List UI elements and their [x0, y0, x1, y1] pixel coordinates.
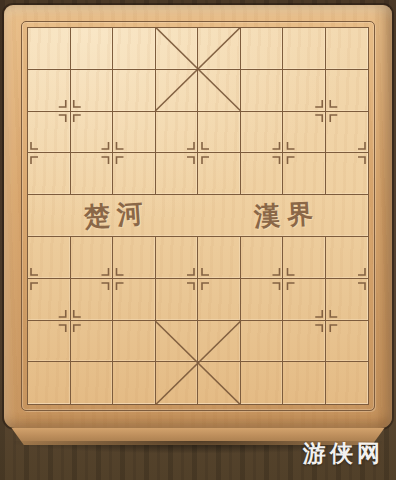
board-cell[interactable] — [198, 321, 241, 363]
board-cell[interactable] — [198, 279, 241, 321]
board-cell[interactable] — [113, 321, 156, 363]
board-cell[interactable] — [28, 153, 71, 195]
board-cell[interactable] — [198, 153, 241, 195]
board-cell[interactable] — [241, 237, 284, 279]
board-cell[interactable] — [283, 70, 326, 112]
board-cell[interactable] — [198, 362, 241, 404]
board-cell[interactable] — [156, 112, 199, 154]
board-cell[interactable] — [28, 321, 71, 363]
board-cell[interactable] — [198, 28, 241, 70]
board-cell[interactable] — [71, 112, 114, 154]
board-grid[interactable]: 楚河漢界 — [27, 27, 369, 405]
board-cell[interactable] — [198, 70, 241, 112]
board-cell[interactable] — [28, 70, 71, 112]
board-cell[interactable] — [241, 321, 284, 363]
board-cell[interactable] — [156, 237, 199, 279]
board-cell[interactable] — [326, 28, 369, 70]
board-cell[interactable] — [113, 112, 156, 154]
board-cell[interactable] — [283, 279, 326, 321]
board-cell[interactable] — [326, 279, 369, 321]
board-cell[interactable] — [71, 321, 114, 363]
board-cell[interactable] — [283, 28, 326, 70]
board-cell[interactable] — [71, 279, 114, 321]
board-cell[interactable] — [71, 28, 114, 70]
board-cell[interactable] — [326, 70, 369, 112]
board-cell[interactable] — [241, 70, 284, 112]
site-watermark-logo: 游侠网 — [303, 438, 384, 469]
board-cell[interactable] — [241, 362, 284, 404]
xiangqi-board: 楚河漢界 — [4, 5, 392, 428]
board-cell[interactable] — [326, 153, 369, 195]
board-cell[interactable] — [113, 362, 156, 404]
river-label-right: 漢界 — [254, 196, 322, 234]
board-cell[interactable] — [326, 112, 369, 154]
board-cell[interactable] — [326, 237, 369, 279]
board-cell[interactable] — [28, 279, 71, 321]
table-background: 楚河漢界 游侠网 — [0, 0, 396, 480]
board-cell[interactable] — [71, 153, 114, 195]
board-cell[interactable] — [71, 237, 114, 279]
board-cell[interactable] — [326, 321, 369, 363]
board-cell[interactable] — [198, 112, 241, 154]
board-cell[interactable] — [283, 153, 326, 195]
board-cell[interactable] — [71, 362, 114, 404]
board-cell[interactable] — [113, 279, 156, 321]
board-cell[interactable] — [156, 28, 199, 70]
board-cell[interactable] — [28, 237, 71, 279]
board-cell[interactable] — [283, 362, 326, 404]
board-cell[interactable] — [283, 321, 326, 363]
board-cell[interactable] — [283, 112, 326, 154]
board-cell[interactable] — [113, 153, 156, 195]
board-cell[interactable] — [28, 28, 71, 70]
board-cell[interactable] — [113, 70, 156, 112]
board-cell[interactable] — [326, 362, 369, 404]
board-cell[interactable] — [28, 362, 71, 404]
board-cell[interactable] — [156, 70, 199, 112]
board-cell[interactable] — [241, 28, 284, 70]
board-cell[interactable] — [28, 112, 71, 154]
board-cell[interactable] — [156, 153, 199, 195]
river-band: 楚河漢界 — [28, 195, 368, 237]
board-cell[interactable] — [156, 321, 199, 363]
board-cell[interactable] — [241, 279, 284, 321]
board-cell[interactable] — [113, 28, 156, 70]
board-cell[interactable] — [71, 70, 114, 112]
board-cell[interactable] — [156, 362, 199, 404]
river-label-left: 楚河 — [83, 195, 151, 235]
board-cell[interactable] — [156, 279, 199, 321]
board-cell[interactable] — [241, 112, 284, 154]
board-cell[interactable] — [283, 237, 326, 279]
board-cell[interactable] — [198, 237, 241, 279]
board-cell[interactable] — [241, 153, 284, 195]
board-cell[interactable] — [113, 237, 156, 279]
